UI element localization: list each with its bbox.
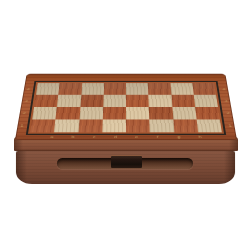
square-a-row4 [36,83,60,95]
square-g-row3 [171,95,195,107]
rank-label-4: 4 [24,83,32,95]
square-d-row1 [102,119,126,132]
square-a-row3 [34,95,58,107]
square-h-row4 [192,83,216,95]
inlay-border [26,81,226,135]
square-e-row4 [126,83,149,95]
rank-label-2: 2 [224,107,233,120]
square-g-row1 [173,119,198,132]
product-photo: abcdefgh 4321 4321 [0,0,250,250]
square-b-row2 [56,107,80,120]
square-g-row4 [170,83,193,95]
rank-label-3: 3 [22,95,31,107]
handle-groove [57,158,193,169]
file-label-c: c [84,135,105,139]
square-f-row1 [149,119,173,132]
square-f-row3 [149,95,172,107]
square-h-row3 [194,95,218,107]
square-c-row3 [80,95,103,107]
square-g-row2 [172,107,196,120]
rank-label-3: 3 [222,95,231,107]
square-c-row1 [78,119,102,132]
square-b-row3 [57,95,81,107]
square-c-row4 [81,83,104,95]
rank-label-1: 1 [226,119,235,132]
checkerboard [30,83,222,132]
box-front [16,151,235,185]
square-d-row3 [103,95,126,107]
square-b-row1 [54,119,79,132]
file-label-b: b [62,135,84,139]
square-d-row2 [103,107,126,120]
file-label-h: h [189,135,211,139]
square-a-row2 [32,107,57,120]
file-label-e: e [126,135,147,139]
file-labels: abcdefgh [41,135,211,139]
file-label-f: f [147,135,168,139]
square-h-row2 [195,107,220,120]
file-label-a: a [41,135,63,139]
rank-label-2: 2 [20,107,29,120]
file-label-g: g [168,135,190,139]
square-e-row2 [126,107,149,120]
square-a-row1 [30,119,55,132]
square-d-row4 [103,83,126,95]
square-e-row1 [126,119,150,132]
square-f-row2 [149,107,173,120]
square-b-row4 [58,83,81,95]
chess-box-lid-top: abcdefgh 4321 4321 [15,74,237,140]
rank-label-1: 1 [17,119,26,132]
file-label-d: d [105,135,126,139]
square-h-row1 [196,119,221,132]
rank-label-4: 4 [220,83,228,95]
square-f-row4 [148,83,171,95]
clasp-latch-icon [111,156,142,168]
square-c-row2 [79,107,103,120]
square-e-row3 [126,95,149,107]
